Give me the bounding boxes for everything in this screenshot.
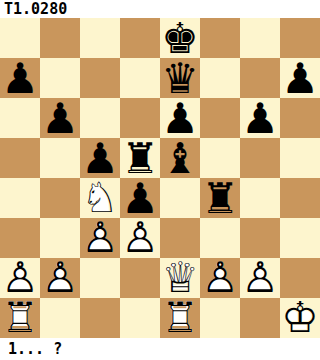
square-e8[interactable]: ♚ — [160, 18, 200, 58]
black-king-icon[interactable]: ♚ — [160, 18, 200, 58]
puzzle-id: T1.0280 — [4, 0, 67, 18]
square-c2[interactable] — [80, 258, 120, 298]
square-c3[interactable]: ♟♙ — [80, 218, 120, 258]
white-piece-outline: ♖ — [0, 297, 40, 337]
square-g8[interactable] — [240, 18, 280, 58]
square-a4[interactable] — [0, 178, 40, 218]
square-e2[interactable]: ♛♕ — [160, 258, 200, 298]
square-h3[interactable] — [280, 218, 320, 258]
square-b5[interactable] — [40, 138, 80, 178]
square-d7[interactable] — [120, 58, 160, 98]
square-a8[interactable] — [0, 18, 40, 58]
square-f5[interactable] — [200, 138, 240, 178]
white-rook-icon[interactable]: ♜♖ — [0, 298, 40, 338]
white-piece-outline: ♙ — [80, 217, 120, 257]
square-f1[interactable] — [200, 298, 240, 338]
white-pawn-icon[interactable]: ♟♙ — [40, 258, 80, 298]
square-c7[interactable] — [80, 58, 120, 98]
square-d6[interactable] — [120, 98, 160, 138]
square-c6[interactable] — [80, 98, 120, 138]
square-f4[interactable]: ♜ — [200, 178, 240, 218]
square-b3[interactable] — [40, 218, 80, 258]
white-piece-outline: ♖ — [160, 297, 200, 337]
square-e4[interactable] — [160, 178, 200, 218]
black-pawn-icon[interactable]: ♟ — [280, 58, 320, 98]
square-f3[interactable] — [200, 218, 240, 258]
square-a3[interactable] — [0, 218, 40, 258]
square-d3[interactable]: ♟♙ — [120, 218, 160, 258]
square-b7[interactable] — [40, 58, 80, 98]
square-f6[interactable] — [200, 98, 240, 138]
square-h6[interactable] — [280, 98, 320, 138]
puzzle-window: T1.0280 ♚♟♛♟♟♟♟♟♜♝♞♘♟♜♟♙♟♙♟♙♟♙♛♕♟♙♟♙♜♖♜♖… — [0, 0, 320, 360]
white-pawn-icon[interactable]: ♟♙ — [0, 258, 40, 298]
square-e1[interactable]: ♜♖ — [160, 298, 200, 338]
square-b6[interactable]: ♟ — [40, 98, 80, 138]
chess-board: ♚♟♛♟♟♟♟♟♜♝♞♘♟♜♟♙♟♙♟♙♟♙♛♕♟♙♟♙♜♖♜♖♚♔ — [0, 18, 320, 338]
square-a6[interactable] — [0, 98, 40, 138]
square-g2[interactable]: ♟♙ — [240, 258, 280, 298]
square-c1[interactable] — [80, 298, 120, 338]
caption-bar: 1... ? — [0, 338, 320, 360]
black-pawn-icon[interactable]: ♟ — [0, 58, 40, 98]
white-king-icon[interactable]: ♚♔ — [280, 298, 320, 338]
square-e6[interactable]: ♟ — [160, 98, 200, 138]
black-rook-icon[interactable]: ♜ — [120, 138, 160, 178]
square-f7[interactable] — [200, 58, 240, 98]
square-d4[interactable]: ♟ — [120, 178, 160, 218]
black-bishop-icon[interactable]: ♝ — [160, 138, 200, 178]
black-pawn-icon[interactable]: ♟ — [40, 98, 80, 138]
black-pawn-icon[interactable]: ♟ — [240, 98, 280, 138]
square-a7[interactable]: ♟ — [0, 58, 40, 98]
square-e5[interactable]: ♝ — [160, 138, 200, 178]
square-b1[interactable] — [40, 298, 80, 338]
white-piece-outline: ♕ — [160, 257, 200, 297]
white-pawn-icon[interactable]: ♟♙ — [200, 258, 240, 298]
white-pawn-icon[interactable]: ♟♙ — [240, 258, 280, 298]
white-piece-outline: ♙ — [120, 217, 160, 257]
square-f8[interactable] — [200, 18, 240, 58]
square-c4[interactable]: ♞♘ — [80, 178, 120, 218]
white-knight-icon[interactable]: ♞♘ — [80, 178, 120, 218]
black-pawn-icon[interactable]: ♟ — [80, 138, 120, 178]
square-h1[interactable]: ♚♔ — [280, 298, 320, 338]
black-rook-icon[interactable]: ♜ — [200, 178, 240, 218]
black-pawn-icon[interactable]: ♟ — [120, 178, 160, 218]
square-g5[interactable] — [240, 138, 280, 178]
square-g7[interactable] — [240, 58, 280, 98]
square-g1[interactable] — [240, 298, 280, 338]
white-piece-outline: ♙ — [200, 257, 240, 297]
white-pawn-icon[interactable]: ♟♙ — [120, 218, 160, 258]
square-a5[interactable] — [0, 138, 40, 178]
white-piece-outline: ♙ — [40, 257, 80, 297]
black-queen-icon[interactable]: ♛ — [160, 58, 200, 98]
white-piece-outline: ♙ — [240, 257, 280, 297]
white-queen-icon[interactable]: ♛♕ — [160, 258, 200, 298]
black-pawn-icon[interactable]: ♟ — [160, 98, 200, 138]
square-c5[interactable]: ♟ — [80, 138, 120, 178]
square-g3[interactable] — [240, 218, 280, 258]
white-pawn-icon[interactable]: ♟♙ — [80, 218, 120, 258]
square-e7[interactable]: ♛ — [160, 58, 200, 98]
square-h4[interactable] — [280, 178, 320, 218]
square-g6[interactable]: ♟ — [240, 98, 280, 138]
square-d5[interactable]: ♜ — [120, 138, 160, 178]
square-h7[interactable]: ♟ — [280, 58, 320, 98]
square-b8[interactable] — [40, 18, 80, 58]
white-piece-outline: ♘ — [80, 177, 120, 217]
white-piece-outline: ♔ — [280, 297, 320, 337]
square-d8[interactable] — [120, 18, 160, 58]
square-c8[interactable] — [80, 18, 120, 58]
white-piece-outline: ♙ — [0, 257, 40, 297]
square-d1[interactable] — [120, 298, 160, 338]
square-h8[interactable] — [280, 18, 320, 58]
square-e3[interactable] — [160, 218, 200, 258]
square-a1[interactable]: ♜♖ — [0, 298, 40, 338]
square-g4[interactable] — [240, 178, 280, 218]
square-f2[interactable]: ♟♙ — [200, 258, 240, 298]
square-h2[interactable] — [280, 258, 320, 298]
white-rook-icon[interactable]: ♜♖ — [160, 298, 200, 338]
titlebar: T1.0280 — [0, 0, 320, 18]
square-d2[interactable] — [120, 258, 160, 298]
square-a2[interactable]: ♟♙ — [0, 258, 40, 298]
square-b2[interactable]: ♟♙ — [40, 258, 80, 298]
square-h5[interactable] — [280, 138, 320, 178]
square-b4[interactable] — [40, 178, 80, 218]
